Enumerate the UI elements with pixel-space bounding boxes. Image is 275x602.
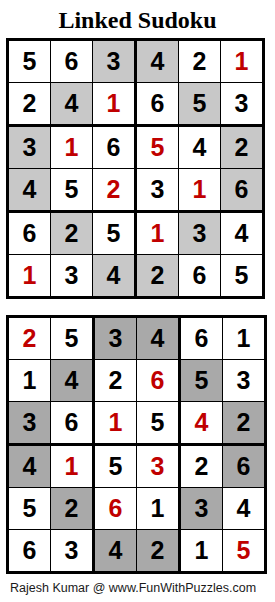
- cell-grid1-r3c2: 1: [51, 127, 93, 169]
- credit-text: Rajesh Kumar @ www.FunWithPuzzles.com: [10, 581, 275, 595]
- cell-grid1-r3c3: 6: [93, 127, 137, 169]
- cell-grid2-r5c1: 5: [9, 488, 51, 530]
- cell-grid2-r1c6: 1: [223, 318, 264, 360]
- cell-grid2-r5c4: 1: [137, 488, 181, 530]
- cell-grid1-r5c5: 3: [179, 213, 221, 255]
- cell-grid1-r5c4: 1: [137, 213, 179, 255]
- cell-grid2-r6c5: 1: [181, 530, 223, 571]
- cell-grid1-r5c1: 6: [9, 213, 51, 255]
- cell-grid2-r2c2: 4: [51, 360, 95, 402]
- cell-grid2-r1c3: 3: [95, 318, 137, 360]
- cell-grid2-r4c1: 4: [9, 446, 51, 488]
- cell-grid2-r6c4: 2: [137, 530, 181, 571]
- cell-grid2-r2c4: 6: [137, 360, 181, 402]
- page: Linked Sudoku 56342124165331654245231662…: [0, 7, 275, 595]
- cell-grid2-r5c6: 4: [223, 488, 264, 530]
- sudoku-board-1: 563421241653316542452316625134134265: [6, 38, 265, 299]
- cell-grid1-r2c1: 2: [9, 83, 51, 127]
- cell-grid2-r2c6: 3: [223, 360, 264, 402]
- cell-grid2-r6c1: 6: [9, 530, 51, 571]
- cell-grid2-r3c4: 5: [137, 402, 181, 446]
- cell-grid1-r1c1: 5: [9, 41, 51, 83]
- cell-grid1-r6c3: 4: [93, 255, 137, 296]
- cell-grid1-r6c2: 3: [51, 255, 93, 296]
- cell-grid1-r6c4: 2: [137, 255, 179, 296]
- cell-grid1-r2c3: 1: [93, 83, 137, 127]
- cell-grid1-r5c2: 2: [51, 213, 93, 255]
- cell-grid2-r2c5: 5: [181, 360, 223, 402]
- cell-grid2-r6c3: 4: [95, 530, 137, 571]
- cell-grid1-r3c4: 5: [137, 127, 179, 169]
- cell-grid2-r4c2: 1: [51, 446, 95, 488]
- cell-grid1-r1c4: 4: [137, 41, 179, 83]
- cell-grid1-r4c6: 6: [221, 169, 262, 213]
- cell-grid2-r4c5: 2: [181, 446, 223, 488]
- cell-grid2-r1c1: 2: [9, 318, 51, 360]
- cell-grid1-r6c1: 1: [9, 255, 51, 296]
- cell-grid1-r1c2: 6: [51, 41, 93, 83]
- cell-grid1-r2c4: 6: [137, 83, 179, 127]
- cell-grid2-r4c6: 6: [223, 446, 264, 488]
- cell-grid2-r3c2: 6: [51, 402, 95, 446]
- cell-grid1-r3c6: 2: [221, 127, 262, 169]
- cell-grid2-r6c6: 5: [223, 530, 264, 571]
- cell-grid1-r5c6: 4: [221, 213, 262, 255]
- cell-grid2-r3c6: 2: [223, 402, 264, 446]
- cell-grid2-r5c2: 2: [51, 488, 95, 530]
- cell-grid2-r4c3: 5: [95, 446, 137, 488]
- puzzle-title: Linked Sudoku: [0, 7, 275, 33]
- cell-grid2-r2c3: 2: [95, 360, 137, 402]
- cell-grid1-r2c2: 4: [51, 83, 93, 127]
- cell-grid2-r1c5: 6: [181, 318, 223, 360]
- cell-grid1-r3c1: 3: [9, 127, 51, 169]
- cell-grid1-r4c5: 1: [179, 169, 221, 213]
- cell-grid2-r3c5: 4: [181, 402, 223, 446]
- cell-grid2-r2c1: 1: [9, 360, 51, 402]
- cell-grid2-r5c5: 3: [181, 488, 223, 530]
- cell-grid1-r4c4: 3: [137, 169, 179, 213]
- cell-grid2-r5c3: 6: [95, 488, 137, 530]
- cell-grid1-r6c5: 6: [179, 255, 221, 296]
- cell-grid1-r2c6: 3: [221, 83, 262, 127]
- cell-grid1-r4c2: 5: [51, 169, 93, 213]
- cell-grid2-r4c4: 3: [137, 446, 181, 488]
- cell-grid1-r4c1: 4: [9, 169, 51, 213]
- cell-grid2-r3c3: 1: [95, 402, 137, 446]
- cell-grid1-r1c3: 3: [93, 41, 137, 83]
- cell-grid2-r1c2: 5: [51, 318, 95, 360]
- cell-grid2-r6c2: 3: [51, 530, 95, 571]
- cell-grid1-r3c5: 4: [179, 127, 221, 169]
- sudoku-board-2: 253461142653361542415326526134634215: [6, 315, 267, 574]
- cell-grid1-r6c6: 5: [221, 255, 262, 296]
- cell-grid2-r3c1: 3: [9, 402, 51, 446]
- cell-grid1-r1c5: 2: [179, 41, 221, 83]
- cell-grid1-r2c5: 5: [179, 83, 221, 127]
- cell-grid1-r5c3: 5: [93, 213, 137, 255]
- cell-grid1-r4c3: 2: [93, 169, 137, 213]
- cell-grid2-r1c4: 4: [137, 318, 181, 360]
- cell-grid1-r1c6: 1: [221, 41, 262, 83]
